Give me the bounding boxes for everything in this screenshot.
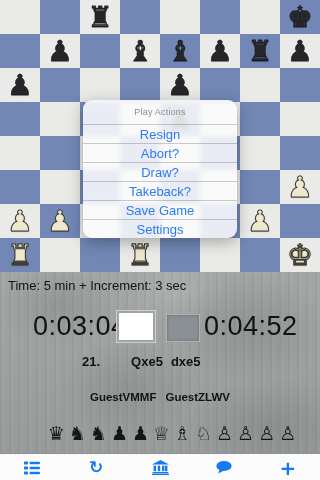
square-e8[interactable] <box>160 0 200 34</box>
time-control-label: Time: 5 min + Increment: 3 sec <box>8 278 186 293</box>
tournament-button[interactable] <box>140 455 180 480</box>
square-a6[interactable]: ♟ <box>0 68 40 102</box>
dialog-title: Play Actions <box>83 100 237 124</box>
square-b7[interactable]: ♟ <box>40 34 80 68</box>
flip-refresh-icon: ↻ <box>89 459 103 476</box>
white-piece: ♜ <box>127 238 153 272</box>
move-number: 21. <box>82 354 100 369</box>
square-h7[interactable]: ♟ <box>280 34 320 68</box>
square-c7[interactable] <box>80 34 120 68</box>
square-b3[interactable] <box>40 170 80 204</box>
settings-button[interactable]: Settings <box>83 219 237 238</box>
square-f1[interactable] <box>200 238 240 272</box>
square-a3[interactable] <box>0 170 40 204</box>
tournament-bank-icon <box>152 460 169 475</box>
white-piece: ♟ <box>247 204 273 238</box>
square-b8[interactable] <box>40 0 80 34</box>
square-h4[interactable] <box>280 136 320 170</box>
captured-pieces-tray: ♛♞♞♟♟ ♕♗♘♙♙♙♙ <box>14 422 320 444</box>
square-g5[interactable] <box>240 102 280 136</box>
square-g2[interactable]: ♟ <box>240 204 280 238</box>
square-f8[interactable] <box>200 0 240 34</box>
play-actions-dialog: Play Actions Resign Abort? Draw? Takebac… <box>83 100 237 238</box>
square-c8[interactable]: ♜ <box>80 0 120 34</box>
move-list-icon <box>24 461 40 475</box>
black-player-name: GuestZLWV <box>165 391 230 403</box>
square-b6[interactable] <box>40 68 80 102</box>
white-piece: ♚ <box>287 238 313 272</box>
square-e1[interactable] <box>160 238 200 272</box>
white-piece: ♟ <box>7 204 33 238</box>
square-a2[interactable]: ♟ <box>0 204 40 238</box>
new-game-button[interactable]: + <box>268 455 308 480</box>
black-piece: ♟ <box>287 34 313 68</box>
square-h2[interactable] <box>280 204 320 238</box>
last-move-row: 21. Qxe5 dxe5 <box>82 354 201 369</box>
black-piece: ♝ <box>167 34 193 68</box>
square-g4[interactable] <box>240 136 280 170</box>
square-a4[interactable] <box>0 136 40 170</box>
square-g7[interactable]: ♜ <box>240 34 280 68</box>
square-d6[interactable] <box>120 68 160 102</box>
square-g3[interactable] <box>240 170 280 204</box>
black-piece: ♝ <box>127 34 153 68</box>
black-piece: ♚ <box>287 0 313 34</box>
black-piece: ♜ <box>247 34 273 68</box>
square-b5[interactable] <box>40 102 80 136</box>
square-d7[interactable]: ♝ <box>120 34 160 68</box>
black-piece: ♟ <box>7 68 33 102</box>
player-names-row: GuestVMMF GuestZLWV <box>0 391 320 403</box>
resign-button[interactable]: Resign <box>83 124 237 143</box>
black-move: dxe5 <box>171 354 201 369</box>
white-piece: ♟ <box>47 204 73 238</box>
square-a8[interactable] <box>0 0 40 34</box>
square-f6[interactable] <box>200 68 240 102</box>
black-clock: 0:04:52 <box>204 311 298 342</box>
bottom-toolbar: ↻ + <box>0 453 320 480</box>
square-d8[interactable] <box>120 0 160 34</box>
black-piece: ♟ <box>167 68 193 102</box>
black-turn-indicator <box>166 314 200 342</box>
white-piece: ♜ <box>7 238 33 272</box>
app-screen: ♜♚♟♝♝♟♜♟♟♟♟♟♟♟♟♜♜♚ Play Actions Resign A… <box>0 0 320 480</box>
captured-black-pieces: ♛♞♞♟♟ <box>48 422 153 444</box>
white-clock: 0:03:04 <box>33 311 127 342</box>
game-info-panel: Time: 5 min + Increment: 3 sec 0:03:04 0… <box>0 272 320 453</box>
move-list-button[interactable] <box>12 455 52 480</box>
save-game-button[interactable]: Save Game <box>83 200 237 219</box>
square-a1[interactable]: ♜ <box>0 238 40 272</box>
square-h6[interactable] <box>280 68 320 102</box>
square-e7[interactable]: ♝ <box>160 34 200 68</box>
square-e6[interactable]: ♟ <box>160 68 200 102</box>
white-move: Qxe5 <box>131 354 163 369</box>
square-h3[interactable]: ♟ <box>280 170 320 204</box>
draw-button[interactable]: Draw? <box>83 162 237 181</box>
white-piece: ♟ <box>287 170 313 204</box>
white-turn-indicator <box>117 311 155 342</box>
square-a7[interactable] <box>0 34 40 68</box>
flip-board-button[interactable]: ↻ <box>76 455 116 480</box>
square-a5[interactable] <box>0 102 40 136</box>
square-f7[interactable]: ♟ <box>200 34 240 68</box>
abort-button[interactable]: Abort? <box>83 143 237 162</box>
square-g1[interactable] <box>240 238 280 272</box>
square-d1[interactable]: ♜ <box>120 238 160 272</box>
square-c1[interactable] <box>80 238 120 272</box>
black-piece: ♟ <box>207 34 233 68</box>
square-g8[interactable] <box>240 0 280 34</box>
square-b4[interactable] <box>40 136 80 170</box>
black-piece: ♜ <box>87 0 113 34</box>
black-piece: ♟ <box>47 34 73 68</box>
square-h1[interactable]: ♚ <box>280 238 320 272</box>
square-c6[interactable] <box>80 68 120 102</box>
chat-icon <box>216 461 232 474</box>
square-b2[interactable]: ♟ <box>40 204 80 238</box>
white-player-name: GuestVMMF <box>90 391 156 403</box>
plus-icon: + <box>280 458 297 478</box>
chat-button[interactable] <box>204 455 244 480</box>
square-h5[interactable] <box>280 102 320 136</box>
square-h8[interactable]: ♚ <box>280 0 320 34</box>
square-g6[interactable] <box>240 68 280 102</box>
captured-white-pieces: ♕♗♘♙♙♙♙ <box>153 422 300 444</box>
square-b1[interactable] <box>40 238 80 272</box>
takeback-button[interactable]: Takeback? <box>83 181 237 200</box>
